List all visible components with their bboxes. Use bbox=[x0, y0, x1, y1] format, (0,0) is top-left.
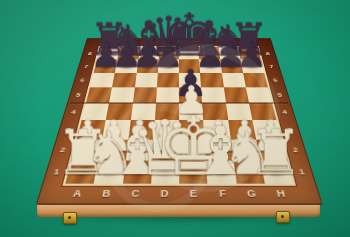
piece-ground-shadow bbox=[96, 65, 115, 70]
piece-ground-shadow bbox=[259, 148, 283, 155]
piece-ground-shadow bbox=[181, 94, 201, 99]
piece-white-pawn-d2: ♟ bbox=[147, 115, 185, 158]
piece-ground-shadow bbox=[159, 65, 177, 70]
piece-ground-shadow bbox=[99, 52, 117, 56]
piece-white-pawn-a2: ♟ bbox=[68, 115, 106, 158]
hinge-pin-icon bbox=[68, 216, 71, 219]
piece-ground-shadow bbox=[138, 65, 156, 70]
piece-ground-shadow bbox=[264, 170, 290, 178]
piece-white-pawn-b2: ♟ bbox=[94, 115, 132, 158]
piece-ground-shadow bbox=[154, 148, 177, 155]
piece-white-pawn-h2: ♟ bbox=[252, 115, 290, 158]
piece-layer: ♜♞♝♛♚♝♞♜♟♟♟♟♟♟♟♟♟♟♟♟♟♟♟♟♜♞♝♛♚♝♞♜ bbox=[37, 38, 321, 203]
piece-ground-shadow bbox=[220, 52, 238, 56]
piece-ground-shadow bbox=[117, 65, 136, 70]
piece-ground-shadow bbox=[181, 110, 202, 116]
piece-ground-shadow bbox=[125, 170, 150, 178]
piece-ground-shadow bbox=[207, 148, 230, 155]
piece-ground-shadow bbox=[120, 52, 138, 56]
piece-ground-shadow bbox=[243, 65, 262, 70]
piece-ground-shadow bbox=[200, 52, 218, 56]
piece-ground-shadow bbox=[69, 170, 95, 178]
brass-hinge-left-icon bbox=[63, 212, 77, 224]
piece-ground-shadow bbox=[97, 170, 122, 178]
piece-ground-shadow bbox=[75, 148, 99, 155]
brass-hinge-right-icon bbox=[276, 211, 290, 223]
chess-photo-scene: ABCDEFGH1122334455667788 ♜♞♝♛♚♝♞♜♟♟♟♟♟♟♟… bbox=[0, 0, 350, 237]
piece-ground-shadow bbox=[160, 52, 177, 56]
piece-ground-shadow bbox=[233, 148, 257, 155]
piece-ground-shadow bbox=[240, 52, 258, 56]
piece-ground-shadow bbox=[209, 170, 234, 178]
piece-ground-shadow bbox=[101, 148, 125, 155]
piece-ground-shadow bbox=[201, 65, 219, 70]
piece-ground-shadow bbox=[180, 52, 197, 56]
hinge-pin-icon bbox=[281, 215, 284, 218]
piece-white-pawn-c2: ♟ bbox=[121, 115, 159, 158]
piece-ground-shadow bbox=[236, 170, 261, 178]
piece-ground-shadow bbox=[140, 52, 158, 56]
piece-white-pawn-f2: ♟ bbox=[199, 115, 237, 158]
chess-board: ABCDEFGH1122334455667788 ♜♞♝♛♚♝♞♜♟♟♟♟♟♟♟… bbox=[36, 38, 323, 205]
piece-ground-shadow bbox=[128, 148, 151, 155]
piece-ground-shadow bbox=[222, 65, 241, 70]
piece-ground-shadow bbox=[181, 170, 205, 178]
piece-ground-shadow bbox=[153, 170, 177, 178]
piece-white-pawn-g2: ♟ bbox=[226, 115, 264, 158]
piece-black-pawn-e5: ♟ bbox=[174, 65, 207, 102]
